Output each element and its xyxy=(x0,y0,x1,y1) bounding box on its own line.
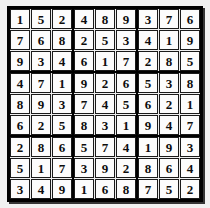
cell-r5c9[interactable]: 1 xyxy=(180,94,200,114)
cell-r3c6[interactable]: 7 xyxy=(116,51,136,71)
box-7: 286517349 xyxy=(10,137,72,199)
cell-r6c4[interactable]: 8 xyxy=(74,115,94,135)
cell-r6c3[interactable]: 5 xyxy=(52,115,72,135)
cell-r5c2[interactable]: 9 xyxy=(31,94,51,114)
cell-r7c3[interactable]: 6 xyxy=(52,137,72,157)
cell-r6c9[interactable]: 7 xyxy=(180,115,200,135)
cell-r8c3[interactable]: 7 xyxy=(52,158,72,178)
cell-r7c9[interactable]: 3 xyxy=(180,137,200,157)
cell-r7c2[interactable]: 8 xyxy=(31,137,51,157)
cell-r5c1[interactable]: 8 xyxy=(10,94,30,114)
cell-r7c7[interactable]: 1 xyxy=(138,137,158,157)
cell-r1c1[interactable]: 1 xyxy=(10,9,30,29)
cell-r8c5[interactable]: 9 xyxy=(95,158,115,178)
cell-r7c8[interactable]: 9 xyxy=(159,137,179,157)
cell-r9c3[interactable]: 9 xyxy=(52,179,72,199)
box-6: 538621947 xyxy=(138,73,200,135)
cell-r1c8[interactable]: 7 xyxy=(159,9,179,29)
cell-r9c5[interactable]: 6 xyxy=(95,179,115,199)
cell-r3c3[interactable]: 4 xyxy=(52,51,72,71)
cell-r4c2[interactable]: 7 xyxy=(31,73,51,93)
cell-r1c2[interactable]: 5 xyxy=(31,9,51,29)
cell-r3c8[interactable]: 8 xyxy=(159,51,179,71)
cell-r8c4[interactable]: 3 xyxy=(74,158,94,178)
cell-r8c1[interactable]: 5 xyxy=(10,158,30,178)
cell-r9c9[interactable]: 2 xyxy=(180,179,200,199)
cell-r2c3[interactable]: 8 xyxy=(52,30,72,50)
cell-r3c5[interactable]: 1 xyxy=(95,51,115,71)
cell-r8c6[interactable]: 2 xyxy=(116,158,136,178)
box-1: 152768934 xyxy=(10,9,72,71)
cell-r1c7[interactable]: 3 xyxy=(138,9,158,29)
cell-r4c7[interactable]: 5 xyxy=(138,73,158,93)
cell-r9c4[interactable]: 1 xyxy=(74,179,94,199)
cell-r7c1[interactable]: 2 xyxy=(10,137,30,157)
cell-r2c5[interactable]: 5 xyxy=(95,30,115,50)
cell-r6c1[interactable]: 6 xyxy=(10,115,30,135)
cell-r5c5[interactable]: 4 xyxy=(95,94,115,114)
cell-r4c8[interactable]: 3 xyxy=(159,73,179,93)
cell-r4c6[interactable]: 6 xyxy=(116,73,136,93)
cell-r2c2[interactable]: 6 xyxy=(31,30,51,50)
cell-r3c9[interactable]: 5 xyxy=(180,51,200,71)
cell-r8c7[interactable]: 8 xyxy=(138,158,158,178)
cell-r2c4[interactable]: 2 xyxy=(74,30,94,50)
cell-r5c4[interactable]: 7 xyxy=(74,94,94,114)
sudoku-board: 1527689344892536173764192854718936259267… xyxy=(7,6,203,202)
cell-r2c8[interactable]: 1 xyxy=(159,30,179,50)
cell-r6c8[interactable]: 4 xyxy=(159,115,179,135)
cell-r5c3[interactable]: 3 xyxy=(52,94,72,114)
cell-r4c9[interactable]: 8 xyxy=(180,73,200,93)
cell-r9c7[interactable]: 7 xyxy=(138,179,158,199)
cell-r1c9[interactable]: 6 xyxy=(180,9,200,29)
box-5: 926745831 xyxy=(74,73,136,135)
cell-r8c8[interactable]: 6 xyxy=(159,158,179,178)
cell-r4c4[interactable]: 9 xyxy=(74,73,94,93)
cell-r9c2[interactable]: 4 xyxy=(31,179,51,199)
cell-r5c6[interactable]: 5 xyxy=(116,94,136,114)
cell-r9c6[interactable]: 8 xyxy=(116,179,136,199)
cell-r1c5[interactable]: 8 xyxy=(95,9,115,29)
cell-r2c6[interactable]: 3 xyxy=(116,30,136,50)
cell-r4c1[interactable]: 4 xyxy=(10,73,30,93)
cell-r1c6[interactable]: 9 xyxy=(116,9,136,29)
cell-r5c8[interactable]: 2 xyxy=(159,94,179,114)
cell-r7c5[interactable]: 7 xyxy=(95,137,115,157)
cell-r7c4[interactable]: 5 xyxy=(74,137,94,157)
cell-r8c2[interactable]: 1 xyxy=(31,158,51,178)
cell-r6c2[interactable]: 2 xyxy=(31,115,51,135)
cell-r3c7[interactable]: 2 xyxy=(138,51,158,71)
box-3: 376419285 xyxy=(138,9,200,71)
cell-r3c1[interactable]: 9 xyxy=(10,51,30,71)
box-2: 489253617 xyxy=(74,9,136,71)
cell-r6c7[interactable]: 9 xyxy=(138,115,158,135)
cell-r6c6[interactable]: 1 xyxy=(116,115,136,135)
cell-r2c9[interactable]: 9 xyxy=(180,30,200,50)
cell-r3c2[interactable]: 3 xyxy=(31,51,51,71)
cell-r1c4[interactable]: 4 xyxy=(74,9,94,29)
cell-r5c7[interactable]: 6 xyxy=(138,94,158,114)
cell-r9c8[interactable]: 5 xyxy=(159,179,179,199)
cell-r9c1[interactable]: 3 xyxy=(10,179,30,199)
cell-r1c3[interactable]: 2 xyxy=(52,9,72,29)
box-4: 471893625 xyxy=(10,73,72,135)
cell-r7c6[interactable]: 4 xyxy=(116,137,136,157)
cell-r6c5[interactable]: 3 xyxy=(95,115,115,135)
cell-r2c7[interactable]: 4 xyxy=(138,30,158,50)
cell-r3c4[interactable]: 6 xyxy=(74,51,94,71)
cell-r8c9[interactable]: 4 xyxy=(180,158,200,178)
box-8: 574392168 xyxy=(74,137,136,199)
cell-r4c5[interactable]: 2 xyxy=(95,73,115,93)
cell-r2c1[interactable]: 7 xyxy=(10,30,30,50)
cell-r4c3[interactable]: 1 xyxy=(52,73,72,93)
box-9: 193864752 xyxy=(138,137,200,199)
